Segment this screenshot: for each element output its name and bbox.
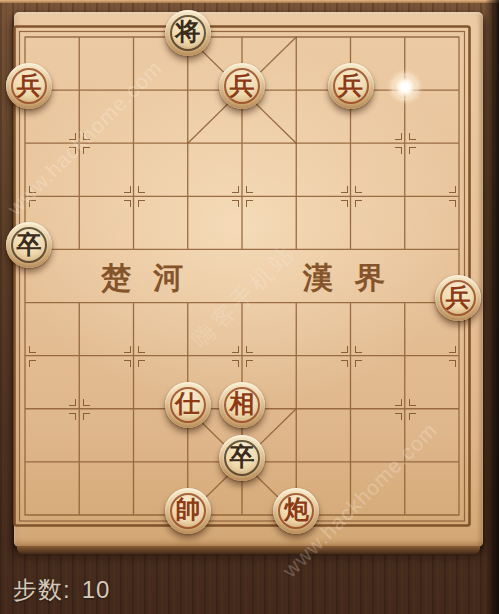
- piece-glyph: 相: [230, 391, 255, 416]
- piece-glyph: 将: [175, 19, 200, 44]
- table-edge-highlight: [0, 0, 499, 3]
- piece-glyph: 仕: [175, 391, 200, 416]
- red-soldier-piece[interactable]: 兵: [219, 63, 265, 109]
- move-counter-label: 步数:: [13, 574, 71, 606]
- red-advisor-piece[interactable]: 仕: [165, 382, 211, 428]
- red-soldier-piece[interactable]: 兵: [435, 275, 481, 321]
- sparkle-highlight-effect: [388, 70, 422, 104]
- xiangqi-game-screen: 楚河 漢界 将兵兵兵卒兵仕相卒帥炮 步数: 10 www.hackhome.co…: [0, 0, 499, 614]
- red-general-piece[interactable]: 帥: [165, 488, 211, 534]
- piece-glyph: 帥: [175, 497, 200, 522]
- frame-shadow: [485, 0, 499, 614]
- piece-glyph: 兵: [446, 285, 471, 310]
- piece-glyph: 兵: [338, 73, 363, 98]
- red-soldier-piece[interactable]: 兵: [328, 63, 374, 109]
- xiangqi-board[interactable]: 将兵兵兵卒兵仕相卒帥炮: [0, 10, 486, 541]
- move-counter-value: 10: [82, 576, 111, 604]
- sparkle-core: [388, 70, 422, 104]
- piece-glyph: 兵: [17, 73, 42, 98]
- piece-glyph: 兵: [230, 73, 255, 98]
- black-soldier-piece[interactable]: 卒: [6, 222, 52, 268]
- red-elephant-piece[interactable]: 相: [219, 382, 265, 428]
- piece-glyph: 炮: [284, 497, 309, 522]
- piece-glyph: 卒: [230, 444, 255, 469]
- red-cannon-piece[interactable]: 炮: [273, 488, 319, 534]
- move-counter: 步数: 10: [13, 574, 110, 606]
- red-soldier-piece[interactable]: 兵: [6, 63, 52, 109]
- black-general-piece[interactable]: 将: [165, 10, 211, 56]
- piece-glyph: 卒: [17, 232, 42, 257]
- black-soldier-piece[interactable]: 卒: [219, 435, 265, 481]
